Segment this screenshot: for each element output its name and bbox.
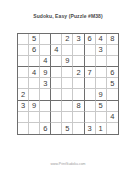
sudoku-cell-given: 8 [73, 101, 84, 112]
sudoku-cell-empty [51, 101, 62, 112]
sudoku-cell-empty [18, 34, 29, 45]
sudoku-cell-empty [85, 56, 96, 67]
sudoku-cell-given: 2 [73, 67, 84, 78]
sudoku-cell-empty [62, 45, 73, 56]
sudoku-cell-given: 3 [73, 34, 84, 45]
sudoku-cell-given: 4 [96, 34, 107, 45]
sudoku-cell-empty [96, 67, 107, 78]
sudoku-cell-empty [107, 56, 118, 67]
page-title: Sudoku, Easy (Puzzle #M38) [0, 13, 136, 19]
sudoku-cell-given: 6 [29, 45, 40, 56]
sudoku-cell-given: 6 [85, 34, 96, 45]
sudoku-cell-given: 5 [96, 101, 107, 112]
sudoku-cell-empty [96, 78, 107, 89]
sudoku-cell-empty [29, 123, 40, 134]
sudoku-cell-empty [73, 45, 84, 56]
footer-url: www.PrintSudoku.com [0, 162, 136, 166]
sudoku-cell-empty [29, 112, 40, 123]
sudoku-cell-empty [51, 78, 62, 89]
sudoku-cell-empty [107, 89, 118, 100]
sudoku-cell-empty [73, 89, 84, 100]
sudoku-cell-empty [62, 101, 73, 112]
sudoku-cell-empty [29, 89, 40, 100]
sudoku-cell-given: 6 [107, 67, 118, 78]
sudoku-cell-empty [73, 112, 84, 123]
sudoku-cell-given: 1 [96, 123, 107, 134]
sudoku-cell-empty [29, 56, 40, 67]
sudoku-cell-empty [40, 101, 51, 112]
sudoku-cell-given: 4 [107, 112, 118, 123]
sudoku-cell-empty [85, 101, 96, 112]
sudoku-cell-empty [18, 56, 29, 67]
sudoku-cell-empty [18, 67, 29, 78]
printable-sudoku-page: Sudoku, Easy (Puzzle #M38) 5236486434949… [0, 0, 136, 176]
sudoku-cell-given: 3 [85, 123, 96, 134]
sudoku-cell-given: 7 [85, 67, 96, 78]
sudoku-cell-given: 4 [51, 45, 62, 56]
sudoku-cell-given: 9 [96, 89, 107, 100]
sudoku-cell-empty [51, 56, 62, 67]
sudoku-cell-empty [96, 112, 107, 123]
sudoku-cell-given: 5 [29, 34, 40, 45]
sudoku-cell-empty [29, 78, 40, 89]
sudoku-cell-empty [18, 112, 29, 123]
sudoku-cell-given: 2 [62, 34, 73, 45]
sudoku-cell-empty [18, 123, 29, 134]
sudoku-cell-given: 8 [107, 34, 118, 45]
sudoku-cell-given: 4 [29, 67, 40, 78]
sudoku-cell-empty [51, 34, 62, 45]
sudoku-cell-empty [40, 34, 51, 45]
sudoku-cell-empty [51, 67, 62, 78]
sudoku-cell-empty [51, 123, 62, 134]
sudoku-cell-given: 3 [18, 101, 29, 112]
sudoku-cell-empty [85, 112, 96, 123]
sudoku-cell-given: 3 [96, 45, 107, 56]
sudoku-board: 52364864349492763529398546531 [17, 33, 119, 135]
sudoku-cell-empty [40, 45, 51, 56]
sudoku-cell-given: 5 [62, 123, 73, 134]
sudoku-cell-empty [40, 112, 51, 123]
sudoku-cell-given: 9 [29, 101, 40, 112]
sudoku-cell-empty [73, 56, 84, 67]
sudoku-cell-given: 2 [18, 89, 29, 100]
sudoku-cell-empty [85, 78, 96, 89]
sudoku-cell-given: 4 [40, 56, 51, 67]
sudoku-cell-empty [51, 112, 62, 123]
sudoku-cell-empty [18, 45, 29, 56]
sudoku-cell-given: 3 [40, 78, 51, 89]
sudoku-cell-empty [51, 89, 62, 100]
sudoku-cell-empty [107, 45, 118, 56]
sudoku-cell-given: 5 [107, 78, 118, 89]
sudoku-cell-empty [18, 78, 29, 89]
sudoku-cell-empty [85, 45, 96, 56]
sudoku-cell-empty [62, 112, 73, 123]
sudoku-cell-empty [73, 78, 84, 89]
sudoku-cell-empty [62, 78, 73, 89]
sudoku-cell-empty [107, 123, 118, 134]
sudoku-cell-empty [73, 123, 84, 134]
sudoku-cell-empty [62, 67, 73, 78]
sudoku-cell-empty [85, 89, 96, 100]
sudoku-cell-empty [107, 101, 118, 112]
sudoku-cell-given: 6 [40, 123, 51, 134]
sudoku-cell-empty [96, 56, 107, 67]
sudoku-cell-given: 9 [40, 67, 51, 78]
sudoku-cell-empty [40, 89, 51, 100]
sudoku-cell-given: 9 [62, 56, 73, 67]
sudoku-cell-empty [62, 89, 73, 100]
